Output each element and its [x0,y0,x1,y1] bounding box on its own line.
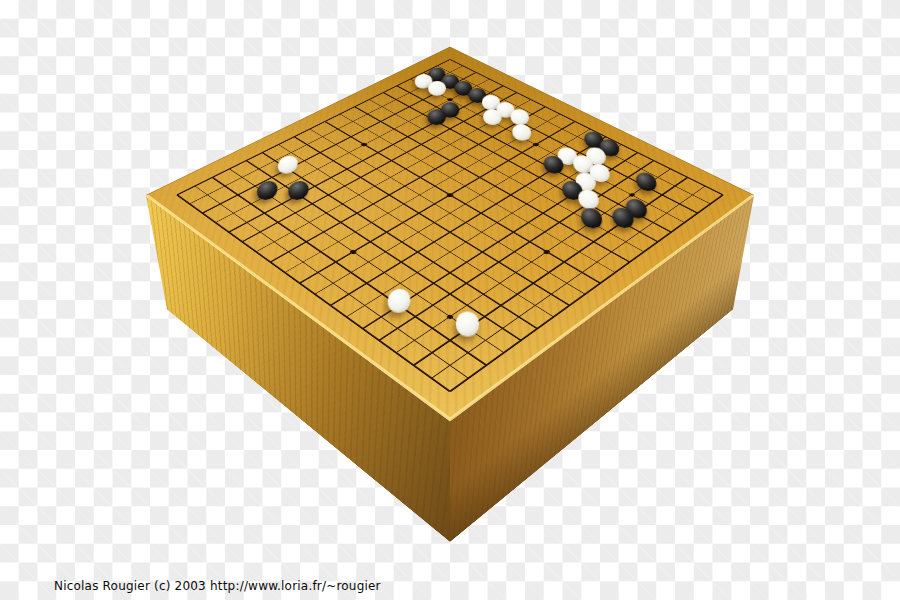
transparency-checker-background: Nicolas Rougier (c) 2003 http://www.lori… [0,0,900,600]
copyright-caption: Nicolas Rougier (c) 2003 http://www.lori… [54,579,381,593]
star-point [447,98,454,102]
grid-line [177,59,451,195]
white-stone [483,109,502,124]
star-point [446,193,454,198]
white-stone [428,81,446,95]
grid-line [228,86,503,233]
black-stone [286,181,309,199]
white-stone [510,109,529,124]
white-stone [511,124,531,140]
black-stone [441,74,458,88]
black-stone [427,109,445,124]
white-stone [456,311,479,335]
white-stone [387,289,410,312]
goban-3d [146,47,754,420]
